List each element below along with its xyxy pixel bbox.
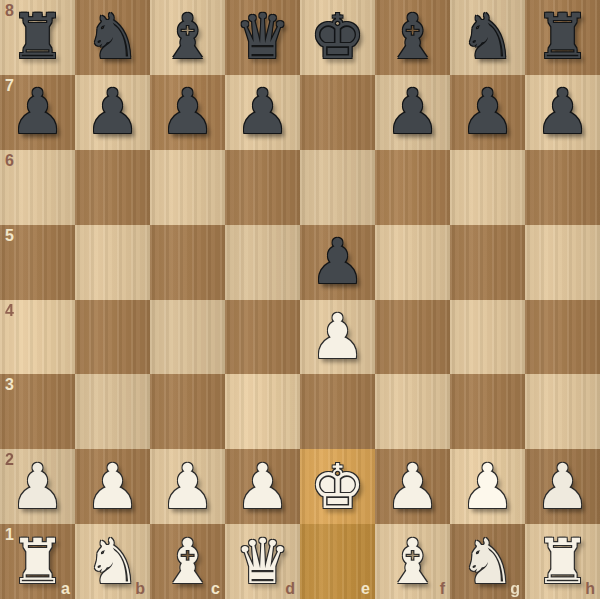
square-f7[interactable]: ♟ (375, 75, 450, 150)
piece-white-pawn[interactable]: ♟ (385, 450, 441, 524)
square-e1[interactable]: e (300, 524, 375, 599)
piece-white-pawn[interactable]: ♟ (160, 450, 216, 524)
square-f3[interactable] (375, 374, 450, 449)
square-d2[interactable]: ♟ (225, 449, 300, 524)
square-g1[interactable]: ♞g (450, 524, 525, 599)
square-f4[interactable] (375, 300, 450, 375)
square-a4[interactable]: 4 (0, 300, 75, 375)
square-e6[interactable] (300, 150, 375, 225)
square-f1[interactable]: ♝f (375, 524, 450, 599)
square-b8[interactable]: ♞ (75, 0, 150, 75)
piece-white-bishop[interactable]: ♝ (160, 525, 216, 599)
square-h1[interactable]: ♜h (525, 524, 600, 599)
chess-board: ♜8♞♝♛♚♝♞♜♟7♟♟♟♟♟♟65♟4♟3♟2♟♟♟♚♟♟♟♜1a♞b♝c♛… (0, 0, 600, 599)
square-b1[interactable]: ♞b (75, 524, 150, 599)
square-e7[interactable] (300, 75, 375, 150)
square-c3[interactable] (150, 374, 225, 449)
square-f6[interactable] (375, 150, 450, 225)
square-h3[interactable] (525, 374, 600, 449)
square-g5[interactable] (450, 225, 525, 300)
piece-white-pawn[interactable]: ♟ (310, 300, 366, 374)
square-e5[interactable]: ♟ (300, 225, 375, 300)
square-g7[interactable]: ♟ (450, 75, 525, 150)
square-b3[interactable] (75, 374, 150, 449)
rank-label-6: 6 (5, 152, 14, 170)
square-g4[interactable] (450, 300, 525, 375)
square-b4[interactable] (75, 300, 150, 375)
square-d7[interactable]: ♟ (225, 75, 300, 150)
piece-white-rook[interactable]: ♜ (10, 525, 66, 599)
square-a3[interactable]: 3 (0, 374, 75, 449)
file-label-e: e (361, 580, 370, 598)
piece-black-rook[interactable]: ♜ (10, 0, 66, 74)
square-b7[interactable]: ♟ (75, 75, 150, 150)
square-h7[interactable]: ♟ (525, 75, 600, 150)
square-d4[interactable] (225, 300, 300, 375)
square-h2[interactable]: ♟ (525, 449, 600, 524)
file-label-f: f (440, 580, 445, 598)
square-f2[interactable]: ♟ (375, 449, 450, 524)
rank-label-5: 5 (5, 227, 14, 245)
square-a1[interactable]: ♜1a (0, 524, 75, 599)
square-e8[interactable]: ♚ (300, 0, 375, 75)
square-d1[interactable]: ♛d (225, 524, 300, 599)
piece-black-rook[interactable]: ♜ (535, 0, 591, 74)
piece-black-knight[interactable]: ♞ (85, 0, 141, 74)
piece-white-pawn[interactable]: ♟ (460, 450, 516, 524)
piece-white-rook[interactable]: ♜ (535, 525, 591, 599)
piece-white-queen[interactable]: ♛ (235, 525, 291, 599)
piece-black-pawn[interactable]: ♟ (85, 75, 141, 149)
piece-white-pawn[interactable]: ♟ (10, 450, 66, 524)
piece-white-king[interactable]: ♚ (310, 450, 366, 524)
piece-black-knight[interactable]: ♞ (460, 0, 516, 74)
square-g8[interactable]: ♞ (450, 0, 525, 75)
piece-black-pawn[interactable]: ♟ (535, 75, 591, 149)
piece-white-knight[interactable]: ♞ (85, 525, 141, 599)
piece-black-pawn[interactable]: ♟ (310, 225, 366, 299)
piece-black-pawn[interactable]: ♟ (235, 75, 291, 149)
square-e3[interactable] (300, 374, 375, 449)
piece-white-pawn[interactable]: ♟ (235, 450, 291, 524)
square-h4[interactable] (525, 300, 600, 375)
piece-black-king[interactable]: ♚ (310, 0, 366, 74)
square-c2[interactable]: ♟ (150, 449, 225, 524)
piece-black-pawn[interactable]: ♟ (385, 75, 441, 149)
piece-black-bishop[interactable]: ♝ (160, 0, 216, 74)
square-g2[interactable]: ♟ (450, 449, 525, 524)
square-a5[interactable]: 5 (0, 225, 75, 300)
square-d5[interactable] (225, 225, 300, 300)
square-f8[interactable]: ♝ (375, 0, 450, 75)
rank-label-4: 4 (5, 302, 14, 320)
piece-white-pawn[interactable]: ♟ (85, 450, 141, 524)
square-g3[interactable] (450, 374, 525, 449)
square-d6[interactable] (225, 150, 300, 225)
square-c7[interactable]: ♟ (150, 75, 225, 150)
square-e4[interactable]: ♟ (300, 300, 375, 375)
piece-white-pawn[interactable]: ♟ (535, 450, 591, 524)
piece-black-pawn[interactable]: ♟ (10, 75, 66, 149)
square-g6[interactable] (450, 150, 525, 225)
square-b2[interactable]: ♟ (75, 449, 150, 524)
square-f5[interactable] (375, 225, 450, 300)
square-b5[interactable] (75, 225, 150, 300)
square-c1[interactable]: ♝c (150, 524, 225, 599)
square-c4[interactable] (150, 300, 225, 375)
square-c8[interactable]: ♝ (150, 0, 225, 75)
square-a8[interactable]: ♜8 (0, 0, 75, 75)
square-b6[interactable] (75, 150, 150, 225)
rank-label-3: 3 (5, 376, 14, 394)
square-d8[interactable]: ♛ (225, 0, 300, 75)
square-h8[interactable]: ♜ (525, 0, 600, 75)
piece-black-pawn[interactable]: ♟ (460, 75, 516, 149)
square-a2[interactable]: ♟2 (0, 449, 75, 524)
square-e2[interactable]: ♚ (300, 449, 375, 524)
piece-white-bishop[interactable]: ♝ (385, 525, 441, 599)
square-c6[interactable] (150, 150, 225, 225)
piece-black-pawn[interactable]: ♟ (160, 75, 216, 149)
piece-black-queen[interactable]: ♛ (235, 0, 291, 74)
square-h5[interactable] (525, 225, 600, 300)
square-c5[interactable] (150, 225, 225, 300)
square-a6[interactable]: 6 (0, 150, 75, 225)
square-d3[interactable] (225, 374, 300, 449)
square-a7[interactable]: ♟7 (0, 75, 75, 150)
piece-white-knight[interactable]: ♞ (460, 525, 516, 599)
piece-black-bishop[interactable]: ♝ (385, 0, 441, 74)
square-h6[interactable] (525, 150, 600, 225)
